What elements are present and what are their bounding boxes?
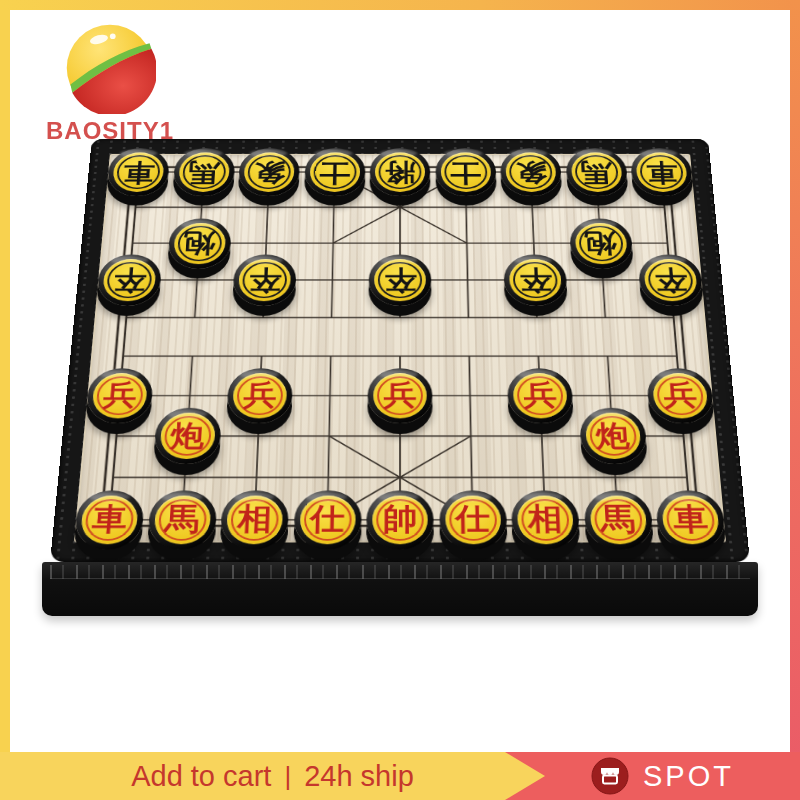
- piece-A-d1: 仕: [293, 490, 361, 549]
- promo-banner: SPOT Add to cart | 24h ship: [0, 752, 800, 800]
- frame-border-top: [0, 0, 800, 10]
- piece-P-a4: 兵: [85, 368, 154, 423]
- pieces-layer: 車馬象士將士象馬車炮炮卒卒卒卒卒兵兵兵兵兵炮炮車馬相仕帥仕相馬車: [50, 139, 750, 562]
- banner-separator: |: [284, 761, 291, 792]
- piece-c-h8: 炮: [568, 218, 633, 268]
- piece-k-e10: 將: [370, 148, 431, 196]
- xiangqi-board: 車馬象士將士象馬車炮炮卒卒卒卒卒兵兵兵兵兵炮炮車馬相仕帥仕相馬車: [50, 139, 750, 562]
- piece-r-i10: 車: [630, 148, 694, 196]
- piece-P-g4: 兵: [507, 368, 574, 423]
- piece-B-c1: 相: [220, 490, 290, 549]
- add-to-cart-label: Add to cart: [131, 760, 271, 793]
- piece-b-c10: 象: [238, 148, 300, 196]
- piece-P-i4: 兵: [646, 368, 715, 423]
- frame-border-right: [790, 0, 800, 800]
- piece-K-e1: 帥: [366, 490, 434, 549]
- shop-icon: [591, 757, 629, 795]
- piece-r-a10: 車: [106, 148, 170, 196]
- piece-R-a1: 車: [73, 490, 145, 549]
- piece-P-e4: 兵: [367, 368, 432, 423]
- piece-C-h3: 炮: [578, 408, 647, 464]
- piece-c-b8: 炮: [167, 218, 232, 268]
- piece-b-g10: 象: [500, 148, 562, 196]
- piece-n-h10: 馬: [565, 148, 628, 196]
- piece-a-f10: 士: [435, 148, 496, 196]
- piece-R-i1: 車: [655, 490, 727, 549]
- piece-N-h1: 馬: [583, 490, 654, 549]
- spot-label: SPOT: [643, 760, 734, 793]
- piece-a-d10: 士: [304, 148, 365, 196]
- brand-name: BAOSITY1: [28, 117, 192, 145]
- brand-ball-icon: [64, 22, 156, 114]
- frame-border-left: [0, 0, 10, 800]
- piece-p-e7: 卒: [368, 255, 431, 306]
- piece-n-b10: 馬: [172, 148, 235, 196]
- piece-B-g1: 相: [511, 490, 581, 549]
- piece-p-c7: 卒: [232, 255, 297, 306]
- piece-p-g7: 卒: [503, 255, 568, 306]
- piece-C-b3: 炮: [153, 408, 222, 464]
- piece-P-c4: 兵: [226, 368, 293, 423]
- piece-p-i7: 卒: [637, 255, 704, 306]
- ship-label: 24h ship: [304, 760, 414, 793]
- board-front-edge: [42, 562, 758, 616]
- piece-p-a7: 卒: [96, 255, 163, 306]
- product-photo-page: BAOSITY1 車馬象士將士象馬車炮炮卒卒卒卒卒兵兵兵兵兵炮炮車馬相仕帥仕相馬…: [0, 0, 800, 800]
- brand-logo: BAOSITY1: [28, 22, 192, 145]
- piece-N-b1: 馬: [146, 490, 217, 549]
- piece-A-f1: 仕: [439, 490, 507, 549]
